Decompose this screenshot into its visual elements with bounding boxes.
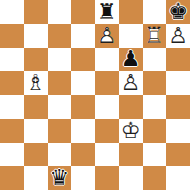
square-g8[interactable] [143, 0, 167, 24]
square-a6[interactable] [0, 48, 24, 72]
square-h1[interactable] [166, 166, 190, 190]
square-h2[interactable] [166, 143, 190, 167]
square-f8[interactable] [119, 0, 143, 24]
square-d7[interactable] [71, 24, 95, 48]
black-pawn-icon[interactable]: ♟ [119, 48, 143, 72]
white-king-icon[interactable]: ♚♔ [119, 119, 143, 143]
square-c5[interactable] [48, 71, 72, 95]
square-b6[interactable] [24, 48, 48, 72]
square-b2[interactable] [24, 143, 48, 167]
square-e1[interactable] [95, 166, 119, 190]
square-e4[interactable] [95, 95, 119, 119]
black-king-icon[interactable]: ♚ [166, 0, 190, 24]
black-rook-icon[interactable]: ♜ [95, 0, 119, 24]
square-h7[interactable]: ♟♙ [166, 24, 190, 48]
square-g1[interactable] [143, 166, 167, 190]
square-d4[interactable] [71, 95, 95, 119]
square-b1[interactable] [24, 166, 48, 190]
black-queen-icon[interactable]: ♛ [48, 166, 72, 190]
square-h8[interactable]: ♚ [166, 0, 190, 24]
square-e8[interactable]: ♜ [95, 0, 119, 24]
square-a7[interactable] [0, 24, 24, 48]
square-d3[interactable] [71, 119, 95, 143]
square-f5[interactable]: ♟♙ [119, 71, 143, 95]
square-a3[interactable] [0, 119, 24, 143]
square-a2[interactable] [0, 143, 24, 167]
square-e7[interactable]: ♟♙ [95, 24, 119, 48]
square-g7[interactable]: ♜♖ [143, 24, 167, 48]
square-e6[interactable] [95, 48, 119, 72]
chess-board-wrap: ♜♚♟♙♜♖♟♙♟♝♗♟♙♚♔♛ [0, 0, 190, 190]
white-bishop-icon[interactable]: ♝♗ [24, 71, 48, 95]
white-pawn-icon[interactable]: ♟♙ [119, 71, 143, 95]
square-f2[interactable] [119, 143, 143, 167]
square-g3[interactable] [143, 119, 167, 143]
square-e2[interactable] [95, 143, 119, 167]
white-pawn-icon[interactable]: ♟♙ [95, 24, 119, 48]
square-c2[interactable] [48, 143, 72, 167]
square-c3[interactable] [48, 119, 72, 143]
square-d6[interactable] [71, 48, 95, 72]
square-a1[interactable] [0, 166, 24, 190]
square-b5[interactable]: ♝♗ [24, 71, 48, 95]
square-f6[interactable]: ♟ [119, 48, 143, 72]
square-h3[interactable] [166, 119, 190, 143]
square-d5[interactable] [71, 71, 95, 95]
square-h5[interactable] [166, 71, 190, 95]
square-g6[interactable] [143, 48, 167, 72]
square-h6[interactable] [166, 48, 190, 72]
white-rook-icon[interactable]: ♜♖ [143, 24, 167, 48]
square-f1[interactable] [119, 166, 143, 190]
square-f4[interactable] [119, 95, 143, 119]
white-pawn-icon[interactable]: ♟♙ [166, 24, 190, 48]
square-g2[interactable] [143, 143, 167, 167]
square-c1[interactable]: ♛ [48, 166, 72, 190]
square-c6[interactable] [48, 48, 72, 72]
square-h4[interactable] [166, 95, 190, 119]
square-g4[interactable] [143, 95, 167, 119]
square-e3[interactable] [95, 119, 119, 143]
square-b8[interactable] [24, 0, 48, 24]
square-d8[interactable] [71, 0, 95, 24]
square-c7[interactable] [48, 24, 72, 48]
square-f3[interactable]: ♚♔ [119, 119, 143, 143]
square-b4[interactable] [24, 95, 48, 119]
square-a8[interactable] [0, 0, 24, 24]
square-e5[interactable] [95, 71, 119, 95]
square-d1[interactable] [71, 166, 95, 190]
square-d2[interactable] [71, 143, 95, 167]
square-b3[interactable] [24, 119, 48, 143]
square-a5[interactable] [0, 71, 24, 95]
square-g5[interactable] [143, 71, 167, 95]
chess-board: ♜♚♟♙♜♖♟♙♟♝♗♟♙♚♔♛ [0, 0, 190, 190]
square-c8[interactable] [48, 0, 72, 24]
square-b7[interactable] [24, 24, 48, 48]
square-c4[interactable] [48, 95, 72, 119]
square-f7[interactable] [119, 24, 143, 48]
square-a4[interactable] [0, 95, 24, 119]
